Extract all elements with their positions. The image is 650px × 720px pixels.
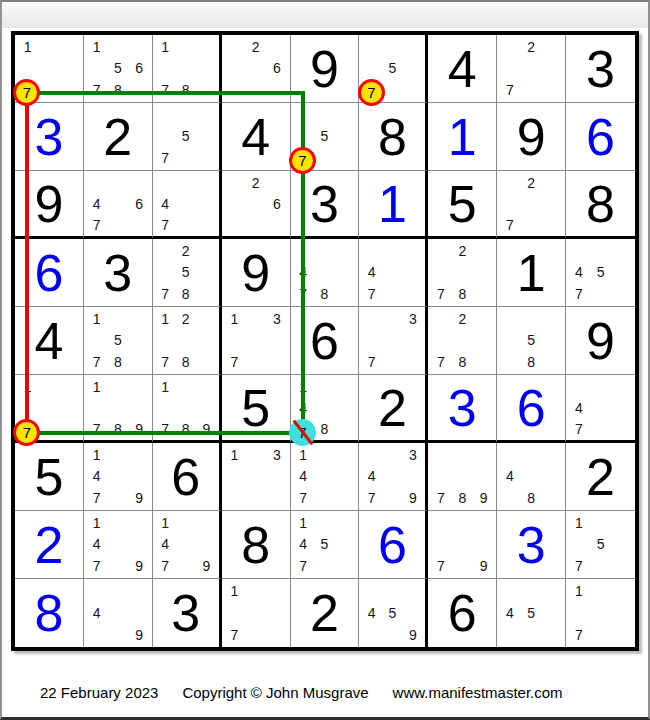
pencil-mark-2 (590, 376, 612, 397)
pencil-mark-3 (128, 580, 149, 602)
cell-r5c7[interactable]: 278 (428, 307, 497, 375)
pencil-mark-1 (361, 444, 382, 466)
pencil-mark-9 (403, 283, 424, 305)
pencil-mark-4: 4 (361, 602, 382, 624)
pencil-mark-5 (382, 466, 403, 488)
cell-r8c9[interactable]: 157 (566, 511, 635, 579)
pencil-marks: 789 (430, 444, 494, 509)
pencil-mark-3 (128, 512, 149, 534)
cell-r9c8[interactable]: 45 (497, 579, 566, 647)
pencil-mark-4 (86, 330, 107, 352)
pencil-mark-9 (266, 624, 287, 646)
pencil-marks: 37 (361, 308, 423, 373)
pencil-mark-6 (611, 602, 633, 624)
pencil-mark-5: 5 (175, 262, 196, 284)
pencil-mark-5 (590, 397, 612, 418)
pencil-mark-1 (499, 308, 520, 330)
pencil-mark-1: 1 (293, 444, 314, 466)
pencil-mark-7: 7 (568, 418, 590, 439)
pencil-marks: 57 (155, 104, 217, 169)
pencil-mark-6: 6 (266, 58, 287, 80)
cell-r3c9[interactable]: 8 (566, 171, 635, 239)
pencil-mark-2 (245, 444, 266, 466)
cell-r8c4[interactable]: 8 (222, 511, 291, 579)
pencil-marks: 17 (224, 580, 288, 646)
solved-digit: 9 (517, 111, 546, 163)
cell-r6c7[interactable]: 3 (428, 375, 497, 443)
pencil-mark-5 (107, 466, 128, 488)
pencil-mark-4 (430, 330, 451, 352)
pencil-mark-5 (175, 397, 196, 418)
pencil-mark-9 (335, 555, 356, 577)
cell-r7c1[interactable]: 5 (15, 443, 84, 511)
pencil-mark-7: 7 (86, 214, 107, 235)
pencil-mark-5 (521, 193, 542, 214)
pencil-marks: 48 (499, 444, 563, 509)
solved-digit-blue: 3 (34, 111, 63, 163)
solved-digit: 5 (34, 451, 63, 503)
pencil-mark-3 (196, 376, 217, 397)
pencil-mark-8 (245, 624, 266, 646)
chain-candidate-node: 7 (358, 79, 385, 106)
pencil-mark-2: 2 (175, 240, 196, 262)
pencil-mark-1 (155, 240, 176, 262)
app-window: 1715678178269574273325745781969467472631… (0, 0, 650, 720)
pencil-mark-5: 5 (382, 58, 403, 80)
cell-r7c4[interactable]: 13 (222, 443, 291, 511)
pencil-mark-8 (107, 624, 128, 646)
pencil-mark-4 (430, 262, 451, 284)
pencil-mark-3 (128, 308, 149, 330)
cell-r7c3[interactable]: 6 (153, 443, 222, 511)
pencil-mark-8 (175, 214, 196, 235)
pencil-mark-8 (245, 214, 266, 235)
solved-digit-blue: 6 (34, 247, 63, 299)
pencil-mark-8 (590, 555, 612, 577)
solved-digit-blue: 3 (517, 519, 546, 571)
pencil-mark-9 (542, 624, 563, 646)
pencil-mark-3 (266, 172, 287, 193)
pencil-mark-9 (542, 351, 563, 373)
pencil-mark-9 (542, 214, 563, 235)
pencil-mark-5: 5 (314, 126, 335, 148)
pencil-mark-2: 2 (452, 240, 473, 262)
node-digit: 7 (23, 84, 31, 101)
cell-r4c3[interactable]: 2578 (153, 239, 222, 307)
cell-r4c6[interactable]: 47 (359, 239, 428, 307)
cell-r8c8[interactable]: 3 (497, 511, 566, 579)
cell-r3c6[interactable]: 1 (359, 171, 428, 239)
cell-r2c9[interactable]: 6 (566, 103, 635, 171)
pencil-mark-5 (521, 58, 542, 80)
pencil-mark-2 (107, 308, 128, 330)
pencil-mark-7: 7 (86, 555, 107, 577)
pencil-mark-3: 3 (266, 444, 287, 466)
pencil-mark-9 (128, 351, 149, 373)
cell-r5c2[interactable]: 1578 (84, 307, 153, 375)
pencil-mark-2: 2 (245, 36, 266, 58)
pencil-marks: 157 (568, 512, 633, 577)
pencil-mark-1: 1 (155, 376, 176, 397)
pencil-mark-6 (335, 126, 356, 148)
cell-r2c6[interactable]: 8 (359, 103, 428, 171)
pencil-mark-2 (452, 512, 473, 534)
solved-digit: 3 (310, 178, 339, 230)
cell-r2c4[interactable]: 4 (222, 103, 291, 171)
cell-r6c6[interactable]: 2 (359, 375, 428, 443)
pencil-mark-7: 7 (499, 214, 520, 235)
pencil-mark-8: 8 (175, 418, 196, 439)
pencil-mark-6 (403, 602, 424, 624)
pencil-mark-7: 7 (568, 624, 590, 646)
pencil-marks: 1278 (155, 308, 217, 373)
pencil-mark-2 (314, 240, 335, 262)
pencil-mark-9: 9 (128, 555, 149, 577)
pencil-mark-9 (542, 79, 563, 101)
pencil-mark-6 (473, 534, 494, 556)
cell-r9c1[interactable]: 8 (15, 579, 84, 647)
pencil-mark-4: 4 (86, 193, 107, 214)
pencil-mark-7 (361, 624, 382, 646)
pencil-mark-7 (499, 351, 520, 373)
pencil-mark-1 (361, 36, 382, 58)
pencil-mark-9: 9 (403, 487, 424, 509)
cell-r9c3[interactable]: 3 (153, 579, 222, 647)
pencil-mark-7: 7 (568, 555, 590, 577)
cell-r4c2[interactable]: 3 (84, 239, 153, 307)
pencil-mark-8 (107, 487, 128, 509)
pencil-mark-9: 9 (196, 418, 217, 439)
pencil-mark-2 (107, 36, 128, 58)
footer-website: www.manifestmaster.com (393, 684, 563, 701)
cell-r8c7[interactable]: 79 (428, 511, 497, 579)
chain-link-green (301, 91, 305, 435)
pencil-mark-9 (128, 214, 149, 235)
cell-r3c7[interactable]: 5 (428, 171, 497, 239)
cell-r5c6[interactable]: 37 (359, 307, 428, 375)
pencil-mark-9 (611, 624, 633, 646)
pencil-mark-1: 1 (155, 308, 176, 330)
pencil-mark-6 (335, 534, 356, 556)
pencil-mark-4 (224, 193, 245, 214)
solved-digit-blue: 1 (378, 178, 407, 230)
pencil-mark-4: 4 (568, 397, 590, 418)
pencil-mark-4 (568, 534, 590, 556)
cell-r4c7[interactable]: 278 (428, 239, 497, 307)
node-digit: 7 (23, 424, 31, 441)
footer-caption: 22 February 2023 Copyright © John Musgra… (40, 682, 563, 702)
pencil-mark-2 (175, 172, 196, 193)
pencil-mark-4 (499, 58, 520, 80)
cell-r8c2[interactable]: 1479 (84, 511, 153, 579)
pencil-mark-1: 1 (86, 444, 107, 466)
pencil-mark-5 (314, 397, 335, 418)
cell-r5c4[interactable]: 137 (222, 307, 291, 375)
pencil-mark-7 (86, 624, 107, 646)
cell-r7c8[interactable]: 48 (497, 443, 566, 511)
pencil-mark-8 (382, 79, 403, 101)
pencil-mark-1: 1 (86, 512, 107, 534)
pencil-mark-9 (196, 147, 217, 169)
solved-digit: 3 (586, 43, 615, 95)
cell-r6c9[interactable]: 47 (566, 375, 635, 443)
pencil-marks: 45 (499, 580, 563, 646)
cell-r5c9[interactable]: 9 (566, 307, 635, 375)
pencil-mark-8 (175, 555, 196, 577)
cell-r3c8[interactable]: 27 (497, 171, 566, 239)
sudoku-board: 1715678178269574273325745781969467472631… (11, 31, 639, 651)
pencil-mark-2 (107, 172, 128, 193)
cell-r7c5[interactable]: 147 (291, 443, 360, 511)
pencil-mark-3 (611, 512, 633, 534)
solved-digit: 2 (586, 451, 615, 503)
cell-r4c9[interactable]: 457 (566, 239, 635, 307)
pencil-mark-6 (473, 330, 494, 352)
pencil-mark-6 (335, 397, 356, 418)
pencil-mark-2 (521, 580, 542, 602)
pencil-marks: 1457 (293, 512, 357, 577)
pencil-marks: 49 (86, 580, 150, 646)
pencil-mark-4 (430, 534, 451, 556)
pencil-mark-7: 7 (86, 487, 107, 509)
pencil-mark-4 (155, 58, 176, 80)
cell-r3c3[interactable]: 47 (153, 171, 222, 239)
pencil-mark-2 (175, 376, 196, 397)
pencil-mark-9 (335, 487, 356, 509)
cell-r3c2[interactable]: 467 (84, 171, 153, 239)
pencil-mark-8 (314, 147, 335, 169)
pencil-mark-9 (611, 418, 633, 439)
pencil-mark-6: 6 (128, 193, 149, 214)
pencil-marks: 1789 (155, 376, 217, 439)
pencil-mark-1 (430, 512, 451, 534)
pencil-mark-3 (128, 376, 149, 397)
pencil-mark-4: 4 (86, 602, 107, 624)
pencil-mark-5 (314, 262, 335, 284)
cell-r7c9[interactable]: 2 (566, 443, 635, 511)
pencil-mark-3 (266, 36, 287, 58)
pencil-mark-2 (382, 240, 403, 262)
pencil-mark-2: 2 (452, 308, 473, 330)
pencil-mark-5 (175, 58, 196, 80)
pencil-marks: 1479 (86, 512, 150, 577)
pencil-mark-6 (403, 466, 424, 488)
pencil-mark-8 (382, 624, 403, 646)
pencil-mark-1: 1 (224, 580, 245, 602)
cell-r9c7[interactable]: 6 (428, 579, 497, 647)
pencil-marks: 278 (430, 308, 494, 373)
solved-digit: 9 (310, 43, 339, 95)
cell-r1c8[interactable]: 27 (497, 35, 566, 103)
solved-digit: 2 (310, 587, 339, 639)
pencil-mark-1: 1 (568, 512, 590, 534)
cell-r8c6[interactable]: 6 (359, 511, 428, 579)
cell-r9c5[interactable]: 2 (291, 579, 360, 647)
pencil-mark-4: 4 (293, 466, 314, 488)
pencil-marks: 1789 (86, 376, 150, 439)
solved-digit-blue: 6 (586, 111, 615, 163)
pencil-mark-9 (403, 351, 424, 373)
pencil-mark-4: 4 (155, 193, 176, 214)
pencil-mark-1 (361, 240, 382, 262)
cell-r1c9[interactable]: 3 (566, 35, 635, 103)
pencil-mark-7: 7 (430, 283, 451, 305)
pencil-mark-1 (86, 172, 107, 193)
pencil-mark-3 (128, 36, 149, 58)
cell-r7c6[interactable]: 3479 (359, 443, 428, 511)
solved-digit: 1 (517, 247, 546, 299)
pencil-mark-2 (175, 512, 196, 534)
cell-r3c4[interactable]: 26 (222, 171, 291, 239)
cell-r9c2[interactable]: 49 (84, 579, 153, 647)
pencil-marks: 13 (224, 444, 288, 509)
pencil-mark-2 (314, 444, 335, 466)
pencil-marks: 47 (155, 172, 217, 235)
cell-r9c6[interactable]: 459 (359, 579, 428, 647)
cell-r2c7[interactable]: 1 (428, 103, 497, 171)
pencil-mark-2 (175, 36, 196, 58)
pencil-mark-8 (590, 418, 612, 439)
cell-r2c8[interactable]: 9 (497, 103, 566, 171)
cell-r8c1[interactable]: 2 (15, 511, 84, 579)
cell-r6c8[interactable]: 6 (497, 375, 566, 443)
pencil-mark-2 (382, 580, 403, 602)
pencil-mark-9: 9 (403, 624, 424, 646)
cell-r5c3[interactable]: 1278 (153, 307, 222, 375)
pencil-mark-7: 7 (86, 351, 107, 373)
pencil-mark-2 (38, 36, 59, 58)
pencil-mark-9 (611, 555, 633, 577)
node-digit: 7 (298, 152, 306, 169)
pencil-mark-2 (382, 36, 403, 58)
cell-r1c7[interactable]: 4 (428, 35, 497, 103)
pencil-mark-9 (611, 283, 633, 305)
pencil-mark-6 (196, 193, 217, 214)
pencil-mark-8: 8 (314, 283, 335, 305)
pencil-mark-2 (382, 444, 403, 466)
pencil-mark-8 (382, 283, 403, 305)
pencil-mark-7 (224, 214, 245, 235)
solved-digit-blue: 2 (34, 519, 63, 571)
pencil-mark-6 (473, 466, 494, 488)
pencil-mark-4 (361, 58, 382, 80)
pencil-mark-6 (128, 602, 149, 624)
pencil-mark-9 (196, 214, 217, 235)
footer-date: 22 February 2023 (40, 684, 158, 701)
pencil-mark-4: 4 (499, 466, 520, 488)
pencil-mark-1: 1 (293, 512, 314, 534)
pencil-mark-9 (335, 283, 356, 305)
pencil-mark-6 (266, 602, 287, 624)
pencil-mark-3 (473, 240, 494, 262)
cell-r8c5[interactable]: 1457 (291, 511, 360, 579)
solved-digit: 6 (448, 587, 477, 639)
solved-digit: 9 (34, 178, 63, 230)
pencil-mark-3 (611, 580, 633, 602)
pencil-mark-7: 7 (155, 555, 176, 577)
cell-r9c9[interactable]: 17 (566, 579, 635, 647)
pencil-mark-2 (314, 376, 335, 397)
pencil-mark-8: 8 (521, 351, 542, 373)
pencil-mark-9 (473, 351, 494, 373)
cell-r9c4[interactable]: 17 (222, 579, 291, 647)
pencil-mark-1: 1 (86, 36, 107, 58)
cell-r5c8[interactable]: 58 (497, 307, 566, 375)
pencil-mark-6 (128, 466, 149, 488)
solved-digit: 6 (171, 451, 200, 503)
pencil-mark-2: 2 (175, 308, 196, 330)
pencil-mark-4: 4 (155, 534, 176, 556)
pencil-mark-6 (128, 330, 149, 352)
solved-digit: 3 (171, 587, 200, 639)
pencil-mark-4 (86, 58, 107, 80)
pencil-mark-4 (17, 58, 38, 80)
pencil-mark-7: 7 (361, 283, 382, 305)
pencil-mark-4 (224, 330, 245, 352)
pencil-mark-1 (155, 172, 176, 193)
cell-r2c2[interactable]: 2 (84, 103, 153, 171)
pencil-mark-5 (245, 58, 266, 80)
pencil-mark-2 (107, 580, 128, 602)
pencil-mark-5: 5 (314, 534, 335, 556)
solved-digit: 8 (586, 178, 615, 230)
pencil-mark-6 (196, 397, 217, 418)
pencil-mark-8 (245, 487, 266, 509)
pencil-mark-1 (430, 444, 451, 466)
pencil-mark-1: 1 (17, 36, 38, 58)
pencil-mark-2 (245, 308, 266, 330)
pencil-mark-2 (245, 580, 266, 602)
pencil-mark-3 (335, 512, 356, 534)
pencil-mark-6: 6 (266, 193, 287, 214)
pencil-mark-6 (335, 466, 356, 488)
pencil-marks: 459 (361, 580, 423, 646)
cell-r2c3[interactable]: 57 (153, 103, 222, 171)
pencil-mark-7: 7 (361, 351, 382, 373)
pencil-mark-3 (611, 240, 633, 262)
pencil-marks: 47 (361, 240, 423, 305)
pencil-mark-3 (266, 580, 287, 602)
pencil-mark-3 (196, 308, 217, 330)
pencil-mark-9 (266, 351, 287, 373)
pencil-mark-2 (590, 580, 612, 602)
pencil-mark-5 (175, 330, 196, 352)
cell-r4c4[interactable]: 9 (222, 239, 291, 307)
pencil-mark-8 (452, 555, 473, 577)
cell-r7c7[interactable]: 789 (428, 443, 497, 511)
cell-r7c2[interactable]: 1479 (84, 443, 153, 511)
pencil-mark-3 (473, 444, 494, 466)
solved-digit-blue: 1 (448, 111, 477, 163)
pencil-mark-6 (611, 262, 633, 284)
pencil-mark-9: 9 (196, 555, 217, 577)
pencil-mark-5 (107, 602, 128, 624)
pencil-mark-3 (196, 512, 217, 534)
pencil-marks: 457 (568, 240, 633, 305)
pencil-mark-5 (175, 193, 196, 214)
pencil-marks: 27 (499, 172, 563, 235)
solved-digit: 9 (586, 315, 615, 367)
pencil-mark-7 (499, 624, 520, 646)
pencil-mark-7: 7 (293, 555, 314, 577)
cell-r4c8[interactable]: 1 (497, 239, 566, 307)
cell-r8c3[interactable]: 1479 (153, 511, 222, 579)
pencil-mark-1: 1 (568, 580, 590, 602)
pencil-mark-6 (128, 397, 149, 418)
pencil-mark-7: 7 (499, 79, 520, 101)
pencil-mark-3 (335, 376, 356, 397)
pencil-mark-1 (499, 580, 520, 602)
